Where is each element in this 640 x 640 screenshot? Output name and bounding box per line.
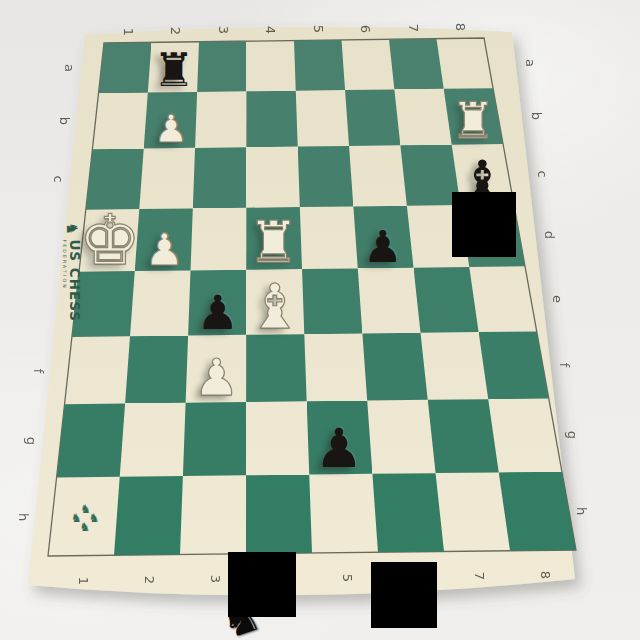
square-b6[interactable] — [345, 89, 400, 145]
square-c3[interactable] — [193, 147, 247, 208]
bottom-rank-label-8: 8 — [539, 571, 552, 579]
left-file-label-g: g — [24, 437, 37, 445]
square-b7[interactable] — [394, 89, 451, 145]
piece-black-pawn-d6[interactable]: ♟ — [363, 225, 403, 269]
square-a3[interactable] — [197, 41, 246, 92]
piece-black-pawn-g5[interactable]: ♟ — [315, 423, 364, 477]
piece-white-pawn-b2[interactable]: ♟ — [154, 110, 188, 148]
square-a1[interactable] — [99, 42, 152, 93]
piece-white-king-d1[interactable]: ♚ — [79, 206, 141, 275]
top-rank-label-2: 2 — [169, 27, 182, 35]
censor-box-1 — [452, 192, 516, 257]
square-d5[interactable] — [300, 206, 358, 269]
piece-white-pawn-d2[interactable]: ♟ — [145, 228, 185, 272]
censor-box-2 — [228, 552, 296, 617]
square-b3[interactable] — [195, 91, 246, 148]
left-file-label-a: a — [63, 64, 76, 72]
square-g6[interactable] — [367, 400, 435, 474]
square-g2[interactable] — [120, 403, 186, 477]
bottom-rank-label-7: 7 — [473, 572, 486, 580]
square-a8[interactable] — [437, 38, 494, 89]
square-f7[interactable] — [421, 332, 489, 400]
square-h8[interactable] — [499, 472, 576, 551]
right-file-label-h: h — [575, 507, 588, 515]
censor-box-3 — [371, 562, 437, 628]
top-rank-label-6: 6 — [359, 24, 372, 32]
logo-subtitle: FEDERATION — [62, 239, 67, 322]
left-file-label-f: f — [32, 368, 45, 373]
square-a7[interactable] — [389, 39, 444, 90]
square-b1[interactable] — [92, 93, 147, 150]
piece-white-rook-d4[interactable]: ♜ — [248, 215, 300, 273]
left-file-label-c: c — [51, 176, 64, 183]
knight-icon: ♞ — [79, 521, 90, 533]
square-f2[interactable] — [125, 336, 188, 404]
piece-white-bishop-e4[interactable]: ♝ — [247, 276, 302, 338]
square-e8[interactable] — [469, 266, 536, 332]
bottom-rank-label-5: 5 — [341, 573, 354, 581]
square-e5[interactable] — [302, 268, 362, 334]
square-h4[interactable] — [246, 475, 312, 554]
square-c5[interactable] — [298, 146, 354, 207]
piece-white-pawn-f3[interactable]: ♟ — [194, 354, 239, 405]
square-f8[interactable] — [479, 331, 549, 399]
bottom-rank-label-1: 1 — [77, 576, 90, 584]
top-rank-label-4: 4 — [264, 26, 277, 34]
piece-black-pawn-e3[interactable]: ♟ — [197, 289, 240, 336]
square-b5[interactable] — [296, 90, 349, 146]
right-file-label-c: c — [536, 171, 549, 178]
knight-icon: ♞ — [64, 222, 79, 235]
top-rank-label-5: 5 — [311, 25, 324, 33]
left-file-label-b: b — [57, 117, 70, 125]
top-rank-label-8: 8 — [454, 23, 467, 31]
square-a4[interactable] — [246, 41, 295, 92]
square-f6[interactable] — [362, 333, 427, 401]
top-rank-label-3: 3 — [216, 26, 229, 34]
square-h5[interactable] — [309, 474, 378, 553]
right-file-label-d: d — [543, 231, 556, 239]
square-e7[interactable] — [414, 267, 479, 333]
bottom-rank-label-2: 2 — [143, 576, 156, 584]
square-h2[interactable] — [114, 476, 183, 555]
square-g7[interactable] — [428, 399, 499, 473]
square-a6[interactable] — [342, 39, 395, 90]
top-rank-label-1: 1 — [121, 28, 134, 36]
square-b4[interactable] — [246, 91, 297, 148]
bottom-rank-label-3: 3 — [209, 575, 222, 583]
square-a5[interactable] — [294, 40, 345, 91]
board-stage: 1122334455667788aabbccdeffgghh♜♟♜♝♚♟♜♟♟♝… — [0, 0, 640, 640]
square-f5[interactable] — [304, 333, 367, 401]
square-f1[interactable] — [65, 336, 130, 404]
square-c6[interactable] — [349, 145, 407, 206]
square-f4[interactable] — [246, 334, 307, 402]
right-file-label-g: g — [566, 431, 579, 439]
top-rank-label-7: 7 — [406, 24, 419, 32]
right-file-label-f: f — [558, 363, 571, 368]
right-file-label-b: b — [529, 112, 542, 120]
piece-white-rook-b8[interactable]: ♜ — [450, 96, 495, 146]
square-g1[interactable] — [57, 403, 126, 477]
square-g3[interactable] — [183, 402, 246, 476]
square-c4[interactable] — [246, 147, 300, 208]
right-file-label-e: e — [550, 295, 563, 303]
square-h7[interactable] — [436, 472, 510, 551]
right-file-label-a: a — [523, 59, 536, 67]
left-file-label-h: h — [17, 513, 30, 521]
square-h3[interactable] — [180, 475, 246, 554]
square-e6[interactable] — [358, 268, 421, 334]
piece-black-rook-a2[interactable]: ♜ — [153, 47, 195, 94]
square-g4[interactable] — [246, 401, 309, 475]
square-h6[interactable] — [372, 473, 444, 552]
square-g8[interactable] — [488, 398, 562, 472]
square-d3[interactable] — [191, 208, 247, 271]
square-c2[interactable] — [139, 148, 195, 209]
